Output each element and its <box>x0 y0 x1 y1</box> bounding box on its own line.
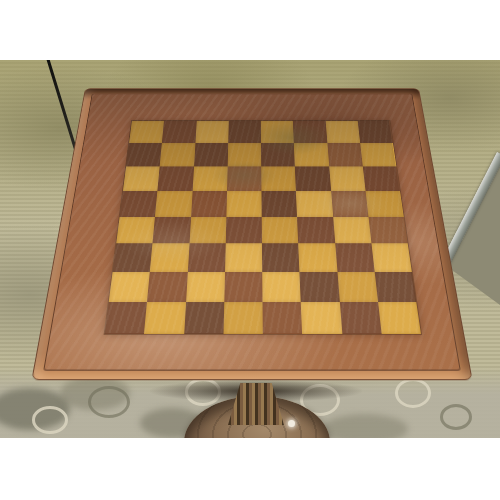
square-d2[interactable] <box>224 272 262 302</box>
square-b7[interactable] <box>160 143 195 166</box>
square-c4[interactable] <box>189 216 226 243</box>
square-f4[interactable] <box>297 216 335 243</box>
square-g5[interactable] <box>331 191 369 217</box>
square-b5[interactable] <box>155 191 192 217</box>
square-h2[interactable] <box>374 272 416 302</box>
square-f8[interactable] <box>293 121 327 143</box>
square-c5[interactable] <box>191 191 227 217</box>
square-c3[interactable] <box>187 244 225 273</box>
square-e4[interactable] <box>262 216 299 243</box>
square-b8[interactable] <box>162 121 196 143</box>
square-c7[interactable] <box>194 143 228 166</box>
chessboard <box>104 120 423 335</box>
square-h7[interactable] <box>360 143 396 166</box>
square-h1[interactable] <box>378 302 421 334</box>
square-d4[interactable] <box>226 216 262 243</box>
square-d3[interactable] <box>225 244 262 273</box>
square-a5[interactable] <box>120 191 158 217</box>
square-d5[interactable] <box>226 191 262 217</box>
square-h5[interactable] <box>365 191 403 217</box>
square-a7[interactable] <box>126 143 162 166</box>
tabletop-edge-molding <box>31 88 472 380</box>
square-e8[interactable] <box>261 121 294 143</box>
square-b3[interactable] <box>150 244 189 273</box>
square-c6[interactable] <box>192 166 227 190</box>
white-band-top <box>0 0 500 60</box>
square-e5[interactable] <box>261 191 297 217</box>
square-c8[interactable] <box>195 121 229 143</box>
square-g4[interactable] <box>333 216 372 243</box>
square-d6[interactable] <box>227 166 262 190</box>
square-b6[interactable] <box>158 166 194 190</box>
square-e2[interactable] <box>262 272 301 302</box>
square-a4[interactable] <box>116 216 155 243</box>
square-a2[interactable] <box>109 272 150 302</box>
square-e3[interactable] <box>262 244 300 273</box>
square-d8[interactable] <box>228 121 261 143</box>
photo-of-chess-table <box>0 0 500 500</box>
square-h3[interactable] <box>371 244 412 273</box>
square-f2[interactable] <box>300 272 340 302</box>
square-b4[interactable] <box>153 216 191 243</box>
square-c2[interactable] <box>186 272 225 302</box>
white-band-bottom <box>0 438 500 500</box>
square-a6[interactable] <box>123 166 160 190</box>
square-e1[interactable] <box>263 302 303 334</box>
chess-table-scene <box>0 0 500 500</box>
square-d1[interactable] <box>223 302 263 334</box>
square-e6[interactable] <box>261 166 296 190</box>
square-f6[interactable] <box>295 166 331 190</box>
square-b2[interactable] <box>147 272 187 302</box>
square-f1[interactable] <box>301 302 342 334</box>
square-f5[interactable] <box>296 191 333 217</box>
square-g2[interactable] <box>337 272 378 302</box>
square-f7[interactable] <box>294 143 329 166</box>
square-a3[interactable] <box>113 244 153 273</box>
square-h6[interactable] <box>363 166 400 190</box>
square-d7[interactable] <box>227 143 261 166</box>
square-g3[interactable] <box>335 244 375 273</box>
square-c1[interactable] <box>184 302 224 334</box>
square-g6[interactable] <box>329 166 366 190</box>
board-frame <box>43 94 461 371</box>
square-h4[interactable] <box>368 216 407 243</box>
square-b1[interactable] <box>144 302 185 334</box>
square-f3[interactable] <box>298 244 337 273</box>
square-a8[interactable] <box>129 121 164 143</box>
square-h8[interactable] <box>357 121 392 143</box>
square-g1[interactable] <box>339 302 381 334</box>
square-e7[interactable] <box>261 143 295 166</box>
square-g7[interactable] <box>327 143 363 166</box>
square-a1[interactable] <box>105 302 148 334</box>
square-g8[interactable] <box>325 121 360 143</box>
